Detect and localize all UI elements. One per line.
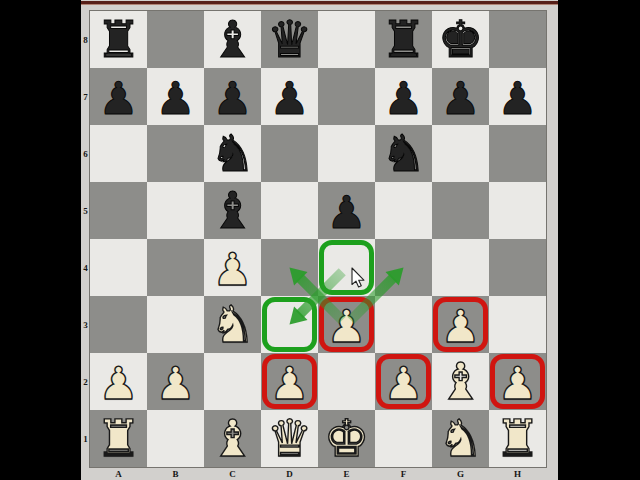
- square-h4[interactable]: [489, 239, 546, 296]
- piece-white-rook: ♜: [90, 410, 147, 467]
- highlight-green-e4: [319, 240, 374, 295]
- piece-white-pawn: ♟: [261, 353, 318, 410]
- file-label-f: F: [375, 467, 432, 480]
- square-h8[interactable]: [489, 11, 546, 68]
- piece-white-pawn: ♟: [375, 353, 432, 410]
- square-d7[interactable]: ♟: [261, 68, 318, 125]
- square-a3[interactable]: [90, 296, 147, 353]
- piece-black-pawn: ♟: [147, 68, 204, 125]
- square-a5[interactable]: [90, 182, 147, 239]
- square-h6[interactable]: [489, 125, 546, 182]
- rank-label-6: 6: [81, 125, 90, 182]
- square-g7[interactable]: ♟: [432, 68, 489, 125]
- square-b6[interactable]: [147, 125, 204, 182]
- square-e5[interactable]: ♟: [318, 182, 375, 239]
- file-label-c: C: [204, 467, 261, 480]
- piece-white-pawn: ♟: [432, 296, 489, 353]
- piece-white-pawn: ♟: [147, 353, 204, 410]
- square-f3[interactable]: [375, 296, 432, 353]
- piece-black-pawn: ♟: [261, 68, 318, 125]
- piece-black-king: ♚: [432, 11, 489, 68]
- square-h1[interactable]: ♜: [489, 410, 546, 467]
- piece-white-pawn: ♟: [90, 353, 147, 410]
- piece-white-pawn: ♟: [489, 353, 546, 410]
- window-top-edge: [81, 1, 558, 5]
- piece-white-rook: ♜: [489, 410, 546, 467]
- square-g2[interactable]: ♝: [432, 353, 489, 410]
- square-e3[interactable]: ♟: [318, 296, 375, 353]
- square-a7[interactable]: ♟: [90, 68, 147, 125]
- file-label-d: D: [261, 467, 318, 480]
- file-label-h: H: [489, 467, 546, 480]
- square-c1[interactable]: ♝: [204, 410, 261, 467]
- piece-black-rook: ♜: [375, 11, 432, 68]
- piece-white-knight: ♞: [432, 410, 489, 467]
- square-f4[interactable]: [375, 239, 432, 296]
- piece-black-bishop: ♝: [204, 11, 261, 68]
- file-labels: ABCDEFGH: [90, 467, 546, 480]
- square-d3[interactable]: [261, 296, 318, 353]
- highlight-green-d3: [262, 297, 317, 352]
- square-h5[interactable]: [489, 182, 546, 239]
- rank-label-2: 2: [81, 353, 90, 410]
- file-label-g: G: [432, 467, 489, 480]
- square-a2[interactable]: ♟: [90, 353, 147, 410]
- file-label-a: A: [90, 467, 147, 480]
- square-c6[interactable]: ♞: [204, 125, 261, 182]
- square-c5[interactable]: ♝: [204, 182, 261, 239]
- piece-white-pawn: ♟: [204, 239, 261, 296]
- square-d8[interactable]: ♛: [261, 11, 318, 68]
- square-e7[interactable]: [318, 68, 375, 125]
- square-c7[interactable]: ♟: [204, 68, 261, 125]
- letterbox-right: [558, 0, 640, 480]
- rank-labels: 87654321: [81, 11, 90, 467]
- piece-black-pawn: ♟: [432, 68, 489, 125]
- square-f8[interactable]: ♜: [375, 11, 432, 68]
- piece-white-king: ♚: [318, 410, 375, 467]
- square-g4[interactable]: [432, 239, 489, 296]
- square-d2[interactable]: ♟: [261, 353, 318, 410]
- square-g5[interactable]: [432, 182, 489, 239]
- square-a1[interactable]: ♜: [90, 410, 147, 467]
- square-f5[interactable]: [375, 182, 432, 239]
- square-b1[interactable]: [147, 410, 204, 467]
- square-d4[interactable]: [261, 239, 318, 296]
- piece-white-bishop: ♝: [432, 353, 489, 410]
- piece-black-knight: ♞: [204, 125, 261, 182]
- square-a4[interactable]: [90, 239, 147, 296]
- rank-label-1: 1: [81, 410, 90, 467]
- piece-black-rook: ♜: [90, 11, 147, 68]
- square-g8[interactable]: ♚: [432, 11, 489, 68]
- piece-white-bishop: ♝: [204, 410, 261, 467]
- piece-white-knight: ♞: [204, 296, 261, 353]
- square-e2[interactable]: [318, 353, 375, 410]
- square-c4[interactable]: ♟: [204, 239, 261, 296]
- square-g3[interactable]: ♟: [432, 296, 489, 353]
- square-b2[interactable]: ♟: [147, 353, 204, 410]
- piece-black-queen: ♛: [261, 11, 318, 68]
- square-c3[interactable]: ♞: [204, 296, 261, 353]
- square-e4[interactable]: [318, 239, 375, 296]
- piece-black-pawn: ♟: [375, 68, 432, 125]
- rank-label-5: 5: [81, 182, 90, 239]
- square-h7[interactable]: ♟: [489, 68, 546, 125]
- piece-black-bishop: ♝: [204, 182, 261, 239]
- piece-black-pawn: ♟: [204, 68, 261, 125]
- square-e1[interactable]: ♚: [318, 410, 375, 467]
- square-b8[interactable]: [147, 11, 204, 68]
- file-label-e: E: [318, 467, 375, 480]
- chess-board: ♜♝♛♜♚♟♟♟♟♟♟♟♞♞♝♟♟♞♟♟♟♟♟♟♝♟♜♝♛♚♞♜: [90, 11, 546, 467]
- square-f6[interactable]: ♞: [375, 125, 432, 182]
- rank-label-8: 8: [81, 11, 90, 68]
- square-b7[interactable]: ♟: [147, 68, 204, 125]
- rank-label-4: 4: [81, 239, 90, 296]
- square-h2[interactable]: ♟: [489, 353, 546, 410]
- square-c2[interactable]: [204, 353, 261, 410]
- square-d6[interactable]: [261, 125, 318, 182]
- square-h3[interactable]: [489, 296, 546, 353]
- piece-black-knight: ♞: [375, 125, 432, 182]
- square-e6[interactable]: [318, 125, 375, 182]
- square-f7[interactable]: ♟: [375, 68, 432, 125]
- square-a6[interactable]: [90, 125, 147, 182]
- letterbox-left: [0, 0, 81, 480]
- square-g6[interactable]: [432, 125, 489, 182]
- piece-black-pawn: ♟: [318, 182, 375, 239]
- piece-black-pawn: ♟: [489, 68, 546, 125]
- square-g1[interactable]: ♞: [432, 410, 489, 467]
- square-d5[interactable]: [261, 182, 318, 239]
- rank-label-7: 7: [81, 68, 90, 125]
- file-label-b: B: [147, 467, 204, 480]
- piece-white-pawn: ♟: [318, 296, 375, 353]
- square-e8[interactable]: [318, 11, 375, 68]
- square-f2[interactable]: ♟: [375, 353, 432, 410]
- rank-label-3: 3: [81, 296, 90, 353]
- square-b4[interactable]: [147, 239, 204, 296]
- piece-black-pawn: ♟: [90, 68, 147, 125]
- chess-video-frame: 87654321 ABCDEFGH ♜♝♛♜♚♟♟♟♟♟♟♟♞♞♝♟♟♞♟♟♟♟…: [0, 0, 640, 480]
- square-a8[interactable]: ♜: [90, 11, 147, 68]
- square-b3[interactable]: [147, 296, 204, 353]
- square-f1[interactable]: [375, 410, 432, 467]
- square-d1[interactable]: ♛: [261, 410, 318, 467]
- square-c8[interactable]: ♝: [204, 11, 261, 68]
- piece-white-queen: ♛: [261, 410, 318, 467]
- square-b5[interactable]: [147, 182, 204, 239]
